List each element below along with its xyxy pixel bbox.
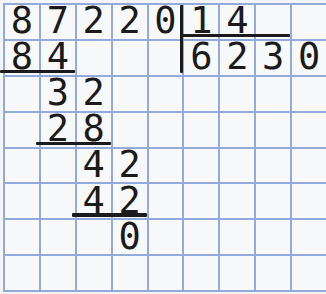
digit: 2 (226, 38, 248, 75)
grid-cell-r3c4 (149, 113, 185, 149)
grid-cell-r6c3: 0 (113, 220, 149, 256)
grid-cell-r1c6: 2 (220, 41, 256, 77)
grid-cell-r3c6 (220, 113, 256, 149)
grid-cell-r6c6 (220, 220, 256, 256)
grid-cell-r4c6 (220, 149, 256, 185)
digit: 7 (47, 2, 69, 39)
grid-cell-r5c6 (220, 184, 256, 220)
digit: 8 (11, 2, 33, 39)
grid-cell-r5c7 (256, 184, 292, 220)
grid-cell-r3c5 (184, 113, 220, 149)
grid-cell-r4c0 (5, 149, 41, 185)
grid-cell-r6c8 (292, 220, 326, 256)
divisor-vertical-bar (180, 5, 183, 73)
digit: 4 (83, 146, 105, 183)
grid-cell-r2c7 (256, 77, 292, 113)
grid-cell-r1c5: 6 (184, 41, 220, 77)
grid-cell-r4c7 (256, 149, 292, 185)
subtraction-underline-42 (72, 213, 147, 216)
grid-cell-r3c7 (256, 113, 292, 149)
grid-cell-r6c0 (5, 220, 41, 256)
grid-cell-r4c5 (184, 149, 220, 185)
grid-cell-r6c5 (184, 220, 220, 256)
subtraction-underline-28 (36, 142, 111, 145)
subtraction-underline-84 (0, 70, 75, 73)
grid-cell-r6c2 (77, 220, 113, 256)
grid-cell-r2c4 (149, 77, 185, 113)
grid-cell-r2c3 (113, 77, 149, 113)
grid-cell-r7c4 (149, 256, 185, 292)
grid-cell-r5c8 (292, 184, 326, 220)
digit: 0 (118, 218, 140, 255)
grid-cell-r7c0 (5, 256, 41, 292)
digit: 3 (262, 38, 284, 75)
digit: 3 (47, 74, 69, 111)
grid-cell-r0c2: 2 (77, 5, 113, 41)
grid-cell-r6c1 (41, 220, 77, 256)
grid-cell-r7c5 (184, 256, 220, 292)
grid-cell-r7c8 (292, 256, 326, 292)
grid-cell-r7c3 (113, 256, 149, 292)
squared-paper: 8722014846230322842420 (0, 0, 326, 294)
grid-cell-r4c1 (41, 149, 77, 185)
grid-cell-r6c4 (149, 220, 185, 256)
grid-cell-r2c0 (5, 77, 41, 113)
divisor-bracket-underline (180, 34, 291, 37)
grid-cell-r6c7 (256, 220, 292, 256)
grid-cell-r7c7 (256, 256, 292, 292)
grid-cell-r1c8: 0 (292, 41, 326, 77)
grid-cell-r4c8 (292, 149, 326, 185)
grid-cell-r7c1 (41, 256, 77, 292)
grid-cell-r2c8 (292, 77, 326, 113)
digit: 6 (190, 38, 212, 75)
grid-cell-r2c6 (220, 77, 256, 113)
digit: 0 (298, 38, 320, 75)
digit: 2 (118, 146, 140, 183)
grid-cell-r4c4 (149, 149, 185, 185)
grid-cell-r0c3: 2 (113, 5, 149, 41)
grid-cell-r1c3 (113, 41, 149, 77)
grid-cell-r7c6 (220, 256, 256, 292)
grid-cell-r3c8 (292, 113, 326, 149)
grid-cell-r1c7: 3 (256, 41, 292, 77)
digit: 2 (83, 2, 105, 39)
grid-cell-r7c2 (77, 256, 113, 292)
division-grid: 8722014846230322842420 (3, 3, 326, 292)
grid-cell-r5c0 (5, 184, 41, 220)
grid-cell-r5c4 (149, 184, 185, 220)
digit: 2 (83, 74, 105, 111)
grid-cell-r2c5 (184, 77, 220, 113)
digit: 0 (154, 2, 176, 39)
digit: 2 (118, 2, 140, 39)
grid-cell-r5c5 (184, 184, 220, 220)
